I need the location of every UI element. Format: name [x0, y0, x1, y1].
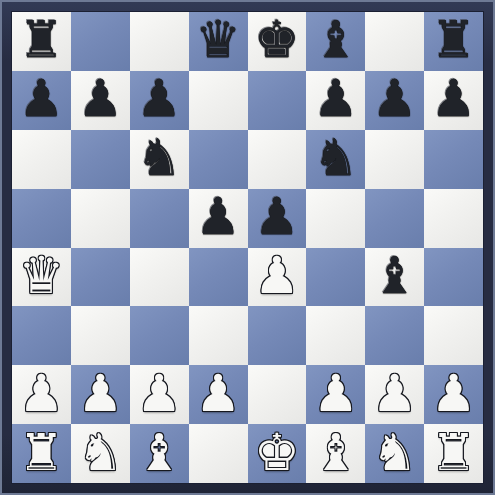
piece-white-knight-g1[interactable]: ♞ [372, 424, 418, 481]
piece-black-pawn-e5[interactable]: ♟ [254, 189, 300, 246]
square-f1[interactable]: ♝ [306, 424, 365, 483]
square-f4[interactable] [306, 248, 365, 307]
square-d4[interactable] [189, 248, 248, 307]
piece-white-pawn-h2[interactable]: ♟ [431, 365, 477, 422]
piece-white-pawn-b2[interactable]: ♟ [77, 365, 123, 422]
chess-board: ♜♛♚♝♜♟♟♟♟♟♟♞♞♟♟♛♟♝♟♟♟♟♟♟♟♜♞♝♚♝♞♜ [12, 12, 483, 483]
square-c2[interactable]: ♟ [130, 365, 189, 424]
square-h8[interactable]: ♜ [424, 12, 483, 71]
square-b1[interactable]: ♞ [71, 424, 130, 483]
square-f2[interactable]: ♟ [306, 365, 365, 424]
square-g2[interactable]: ♟ [365, 365, 424, 424]
square-b5[interactable] [71, 189, 130, 248]
piece-black-pawn-g7[interactable]: ♟ [372, 71, 418, 128]
square-e8[interactable]: ♚ [248, 12, 307, 71]
square-c8[interactable] [130, 12, 189, 71]
square-d8[interactable]: ♛ [189, 12, 248, 71]
piece-white-pawn-e4[interactable]: ♟ [254, 248, 300, 305]
square-e6[interactable] [248, 130, 307, 189]
square-b4[interactable] [71, 248, 130, 307]
square-f3[interactable] [306, 306, 365, 365]
piece-white-pawn-g2[interactable]: ♟ [372, 365, 418, 422]
square-h7[interactable]: ♟ [424, 71, 483, 130]
piece-black-bishop-f8[interactable]: ♝ [313, 12, 359, 69]
square-e7[interactable] [248, 71, 307, 130]
square-d7[interactable] [189, 71, 248, 130]
square-e4[interactable]: ♟ [248, 248, 307, 307]
piece-black-king-e8[interactable]: ♚ [254, 12, 300, 69]
square-f5[interactable] [306, 189, 365, 248]
square-d2[interactable]: ♟ [189, 365, 248, 424]
square-h4[interactable] [424, 248, 483, 307]
piece-white-pawn-d2[interactable]: ♟ [195, 365, 241, 422]
square-b2[interactable]: ♟ [71, 365, 130, 424]
piece-black-rook-a8[interactable]: ♜ [19, 12, 65, 69]
square-a4[interactable]: ♛ [12, 248, 71, 307]
square-e3[interactable] [248, 306, 307, 365]
square-a6[interactable] [12, 130, 71, 189]
piece-white-bishop-f1[interactable]: ♝ [313, 424, 359, 481]
piece-black-bishop-g4[interactable]: ♝ [372, 248, 418, 305]
square-b3[interactable] [71, 306, 130, 365]
square-f7[interactable]: ♟ [306, 71, 365, 130]
square-c6[interactable]: ♞ [130, 130, 189, 189]
square-a5[interactable] [12, 189, 71, 248]
square-g6[interactable] [365, 130, 424, 189]
piece-black-knight-f6[interactable]: ♞ [313, 130, 359, 187]
piece-black-pawn-a7[interactable]: ♟ [19, 71, 65, 128]
square-g5[interactable] [365, 189, 424, 248]
piece-white-pawn-c2[interactable]: ♟ [136, 365, 182, 422]
square-f6[interactable]: ♞ [306, 130, 365, 189]
square-h1[interactable]: ♜ [424, 424, 483, 483]
square-a8[interactable]: ♜ [12, 12, 71, 71]
square-g3[interactable] [365, 306, 424, 365]
square-c4[interactable] [130, 248, 189, 307]
square-c3[interactable] [130, 306, 189, 365]
square-b6[interactable] [71, 130, 130, 189]
square-h5[interactable] [424, 189, 483, 248]
piece-white-rook-a1[interactable]: ♜ [19, 424, 65, 481]
square-h3[interactable] [424, 306, 483, 365]
square-g1[interactable]: ♞ [365, 424, 424, 483]
square-b8[interactable] [71, 12, 130, 71]
square-a2[interactable]: ♟ [12, 365, 71, 424]
square-e5[interactable]: ♟ [248, 189, 307, 248]
square-b7[interactable]: ♟ [71, 71, 130, 130]
piece-white-king-e1[interactable]: ♚ [254, 424, 300, 481]
square-a7[interactable]: ♟ [12, 71, 71, 130]
square-e1[interactable]: ♚ [248, 424, 307, 483]
square-g8[interactable] [365, 12, 424, 71]
piece-black-knight-c6[interactable]: ♞ [136, 130, 182, 187]
piece-white-rook-h1[interactable]: ♜ [431, 424, 477, 481]
piece-black-pawn-h7[interactable]: ♟ [431, 71, 477, 128]
square-f8[interactable]: ♝ [306, 12, 365, 71]
square-e2[interactable] [248, 365, 307, 424]
chess-board-frame: ♜♛♚♝♜♟♟♟♟♟♟♞♞♟♟♛♟♝♟♟♟♟♟♟♟♜♞♝♚♝♞♜ [0, 0, 495, 495]
square-a1[interactable]: ♜ [12, 424, 71, 483]
piece-black-rook-h8[interactable]: ♜ [431, 12, 477, 69]
piece-black-pawn-f7[interactable]: ♟ [313, 71, 359, 128]
square-c1[interactable]: ♝ [130, 424, 189, 483]
square-d3[interactable] [189, 306, 248, 365]
square-c7[interactable]: ♟ [130, 71, 189, 130]
square-h2[interactable]: ♟ [424, 365, 483, 424]
piece-white-pawn-f2[interactable]: ♟ [313, 365, 359, 422]
square-h6[interactable] [424, 130, 483, 189]
square-d1[interactable] [189, 424, 248, 483]
piece-white-pawn-a2[interactable]: ♟ [19, 365, 65, 422]
piece-black-pawn-b7[interactable]: ♟ [77, 71, 123, 128]
square-g7[interactable]: ♟ [365, 71, 424, 130]
square-g4[interactable]: ♝ [365, 248, 424, 307]
square-c5[interactable] [130, 189, 189, 248]
piece-black-queen-d8[interactable]: ♛ [195, 12, 241, 69]
piece-white-bishop-c1[interactable]: ♝ [136, 424, 182, 481]
square-d5[interactable]: ♟ [189, 189, 248, 248]
piece-white-knight-b1[interactable]: ♞ [77, 424, 123, 481]
square-d6[interactable] [189, 130, 248, 189]
piece-black-pawn-d5[interactable]: ♟ [195, 189, 241, 246]
square-a3[interactable] [12, 306, 71, 365]
piece-white-queen-a4[interactable]: ♛ [19, 248, 65, 305]
piece-black-pawn-c7[interactable]: ♟ [136, 71, 182, 128]
